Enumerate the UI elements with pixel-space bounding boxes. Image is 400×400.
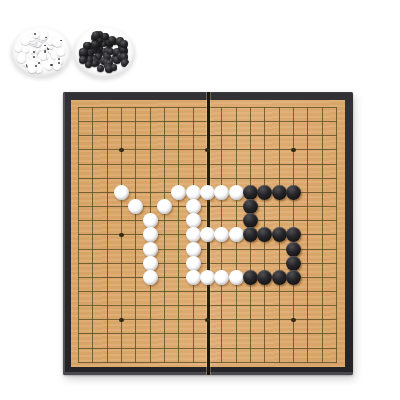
go-board bbox=[63, 92, 353, 375]
white-stone bbox=[143, 242, 158, 257]
black-stone bbox=[286, 242, 301, 257]
black-tray-stone bbox=[121, 59, 129, 67]
stone-reflection-speck bbox=[38, 62, 40, 64]
white-stones-pile bbox=[13, 29, 70, 76]
stone-reflection-speck bbox=[60, 40, 61, 41]
white-stone bbox=[171, 185, 186, 200]
black-stone bbox=[286, 185, 301, 200]
white-stone bbox=[186, 185, 201, 200]
white-tray-stone bbox=[21, 36, 30, 45]
white-tray-stone bbox=[53, 38, 62, 47]
white-stone bbox=[186, 227, 201, 242]
white-stone bbox=[200, 227, 215, 242]
white-tray-stone bbox=[15, 44, 22, 51]
black-stone bbox=[272, 185, 287, 200]
black-stone bbox=[286, 270, 301, 285]
black-tray-stone bbox=[120, 40, 128, 48]
white-stone bbox=[229, 270, 244, 285]
black-stone bbox=[243, 185, 258, 200]
black-stone bbox=[243, 199, 258, 214]
black-stone bbox=[257, 185, 272, 200]
stone-reflection-speck bbox=[34, 33, 36, 35]
white-tray-stone bbox=[33, 31, 40, 38]
stone-reflection-speck bbox=[35, 65, 37, 67]
white-stone bbox=[143, 227, 158, 242]
white-stone bbox=[143, 213, 158, 228]
black-stones-pile bbox=[76, 30, 132, 75]
white-stone bbox=[186, 242, 201, 257]
white-stone bbox=[200, 270, 215, 285]
black-stone bbox=[257, 270, 272, 285]
black-stone bbox=[243, 270, 258, 285]
white-stone bbox=[186, 270, 201, 285]
stone-reflection-speck bbox=[58, 58, 60, 60]
white-tray-stone bbox=[57, 48, 65, 56]
stone-reflection-speck bbox=[45, 37, 47, 39]
black-tray-stone bbox=[111, 64, 118, 71]
white-stone bbox=[214, 270, 229, 285]
black-stone bbox=[286, 227, 301, 242]
black-stone bbox=[243, 227, 258, 242]
white-stone bbox=[114, 185, 129, 200]
product-photo bbox=[0, 0, 400, 400]
stones-layer bbox=[63, 92, 353, 375]
white-stone bbox=[186, 199, 201, 214]
black-stone bbox=[272, 270, 287, 285]
black-stone bbox=[257, 227, 272, 242]
white-tray-stone bbox=[53, 62, 61, 70]
black-stone bbox=[286, 256, 301, 271]
white-stone bbox=[157, 199, 172, 214]
white-stone bbox=[186, 256, 201, 271]
white-stone bbox=[229, 185, 244, 200]
stone-reflection-speck bbox=[44, 45, 46, 47]
black-stones-tray bbox=[73, 27, 135, 78]
white-stone bbox=[214, 227, 229, 242]
white-stone bbox=[229, 227, 244, 242]
white-stone bbox=[143, 256, 158, 271]
white-stone bbox=[214, 185, 229, 200]
white-stone bbox=[186, 213, 201, 228]
white-stone bbox=[200, 185, 215, 200]
white-stones-tray bbox=[11, 27, 71, 77]
white-stone bbox=[128, 199, 143, 214]
black-tray-stone bbox=[97, 65, 104, 72]
white-stone bbox=[143, 270, 158, 285]
black-stone bbox=[272, 227, 287, 242]
black-stone bbox=[243, 213, 258, 228]
stone-reflection-speck bbox=[58, 62, 60, 64]
